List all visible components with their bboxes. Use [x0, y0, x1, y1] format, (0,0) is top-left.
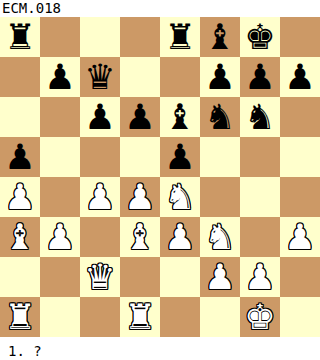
square-a7[interactable] [0, 57, 40, 97]
piece-white-pawn: ♟ [4, 177, 35, 217]
square-d5[interactable] [120, 137, 160, 177]
square-a2[interactable] [0, 257, 40, 297]
square-b6[interactable] [40, 97, 80, 137]
square-e7[interactable] [160, 57, 200, 97]
square-d8[interactable] [120, 17, 160, 57]
piece-black-pawn: ♟ [244, 57, 275, 97]
piece-white-rook: ♜ [124, 297, 155, 337]
square-e6[interactable]: ♝ [160, 97, 200, 137]
piece-black-pawn: ♟ [84, 97, 115, 137]
piece-white-bishop: ♝ [124, 217, 155, 257]
piece-black-pawn: ♟ [4, 137, 35, 177]
square-g4[interactable] [240, 177, 280, 217]
square-b8[interactable] [40, 17, 80, 57]
chess-diagram-window: ECM.018 ♜♜♝♚♟♛♟♟♟♟♟♝♞♞♟♟♟♟♟♞♝♟♝♟♞♟♛♟♟♜♜♚… [0, 0, 320, 360]
piece-black-queen: ♛ [84, 57, 115, 97]
square-b2[interactable] [40, 257, 80, 297]
square-a5[interactable]: ♟ [0, 137, 40, 177]
square-f2[interactable]: ♟ [200, 257, 240, 297]
square-b7[interactable]: ♟ [40, 57, 80, 97]
piece-black-pawn: ♟ [44, 57, 75, 97]
square-g7[interactable]: ♟ [240, 57, 280, 97]
square-b1[interactable] [40, 297, 80, 337]
square-h2[interactable] [280, 257, 320, 297]
square-d1[interactable]: ♜ [120, 297, 160, 337]
piece-white-pawn: ♟ [164, 217, 195, 257]
square-g8[interactable]: ♚ [240, 17, 280, 57]
square-f1[interactable] [200, 297, 240, 337]
piece-black-rook: ♜ [4, 17, 35, 57]
square-h8[interactable] [280, 17, 320, 57]
square-f4[interactable] [200, 177, 240, 217]
square-c6[interactable]: ♟ [80, 97, 120, 137]
piece-black-knight: ♞ [204, 97, 235, 137]
piece-black-pawn: ♟ [124, 97, 155, 137]
square-d7[interactable] [120, 57, 160, 97]
piece-white-pawn: ♟ [284, 217, 315, 257]
square-c8[interactable] [80, 17, 120, 57]
square-c5[interactable] [80, 137, 120, 177]
square-a3[interactable]: ♝ [0, 217, 40, 257]
square-h3[interactable]: ♟ [280, 217, 320, 257]
piece-white-knight: ♞ [164, 177, 195, 217]
piece-white-king: ♚ [244, 297, 275, 337]
piece-black-bishop: ♝ [164, 97, 195, 137]
square-d6[interactable]: ♟ [120, 97, 160, 137]
square-c4[interactable]: ♟ [80, 177, 120, 217]
square-c1[interactable] [80, 297, 120, 337]
square-g2[interactable]: ♟ [240, 257, 280, 297]
piece-white-pawn: ♟ [244, 257, 275, 297]
square-h7[interactable]: ♟ [280, 57, 320, 97]
piece-white-pawn: ♟ [204, 257, 235, 297]
square-c2[interactable]: ♛ [80, 257, 120, 297]
square-a6[interactable] [0, 97, 40, 137]
piece-white-pawn: ♟ [124, 177, 155, 217]
square-g3[interactable] [240, 217, 280, 257]
chess-board: ♜♜♝♚♟♛♟♟♟♟♟♝♞♞♟♟♟♟♟♞♝♟♝♟♞♟♛♟♟♜♜♚ [0, 17, 320, 337]
square-e5[interactable]: ♟ [160, 137, 200, 177]
square-h4[interactable] [280, 177, 320, 217]
piece-white-pawn: ♟ [84, 177, 115, 217]
square-c7[interactable]: ♛ [80, 57, 120, 97]
square-h1[interactable] [280, 297, 320, 337]
square-a1[interactable]: ♜ [0, 297, 40, 337]
square-f5[interactable] [200, 137, 240, 177]
piece-white-bishop: ♝ [4, 217, 35, 257]
square-e8[interactable]: ♜ [160, 17, 200, 57]
square-d2[interactable] [120, 257, 160, 297]
piece-black-pawn: ♟ [204, 57, 235, 97]
piece-white-knight: ♞ [204, 217, 235, 257]
square-g5[interactable] [240, 137, 280, 177]
square-d4[interactable]: ♟ [120, 177, 160, 217]
square-g6[interactable]: ♞ [240, 97, 280, 137]
square-b5[interactable] [40, 137, 80, 177]
square-f6[interactable]: ♞ [200, 97, 240, 137]
piece-white-queen: ♛ [84, 257, 115, 297]
square-h5[interactable] [280, 137, 320, 177]
square-h6[interactable] [280, 97, 320, 137]
piece-black-pawn: ♟ [284, 57, 315, 97]
square-e1[interactable] [160, 297, 200, 337]
piece-black-rook: ♜ [164, 17, 195, 57]
move-prompt: 1. ? [0, 337, 320, 360]
square-f3[interactable]: ♞ [200, 217, 240, 257]
piece-black-king: ♚ [244, 17, 275, 57]
piece-white-rook: ♜ [4, 297, 35, 337]
square-d3[interactable]: ♝ [120, 217, 160, 257]
square-b3[interactable]: ♟ [40, 217, 80, 257]
piece-white-pawn: ♟ [44, 217, 75, 257]
square-f7[interactable]: ♟ [200, 57, 240, 97]
square-e2[interactable] [160, 257, 200, 297]
square-e3[interactable]: ♟ [160, 217, 200, 257]
square-a4[interactable]: ♟ [0, 177, 40, 217]
square-a8[interactable]: ♜ [0, 17, 40, 57]
square-f8[interactable]: ♝ [200, 17, 240, 57]
square-b4[interactable] [40, 177, 80, 217]
piece-black-bishop: ♝ [204, 17, 235, 57]
square-e4[interactable]: ♞ [160, 177, 200, 217]
square-g1[interactable]: ♚ [240, 297, 280, 337]
piece-black-pawn: ♟ [164, 137, 195, 177]
square-c3[interactable] [80, 217, 120, 257]
position-title: ECM.018 [0, 0, 320, 17]
piece-black-knight: ♞ [244, 97, 275, 137]
